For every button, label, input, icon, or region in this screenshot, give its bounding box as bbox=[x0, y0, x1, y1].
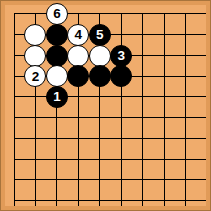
board-intersection bbox=[196, 24, 206, 45]
board-intersection bbox=[89, 87, 110, 108]
board-intersection bbox=[25, 190, 46, 206]
board-intersection bbox=[153, 128, 174, 149]
board-intersection bbox=[89, 128, 110, 149]
board-intersection bbox=[46, 190, 67, 206]
board-intersection bbox=[175, 190, 196, 206]
board-intersection bbox=[111, 107, 132, 128]
go-board bbox=[5, 5, 206, 206]
board-intersection bbox=[196, 45, 206, 66]
board-intersection bbox=[175, 5, 196, 24]
board-intersection bbox=[153, 190, 174, 206]
board-intersection bbox=[5, 107, 25, 128]
board-intersection bbox=[196, 107, 206, 128]
board-intersection bbox=[5, 87, 25, 108]
board-intersection bbox=[111, 170, 132, 191]
board-intersection bbox=[68, 170, 89, 191]
board-intersection bbox=[68, 128, 89, 149]
board-intersection bbox=[132, 149, 153, 170]
board-intersection bbox=[46, 87, 67, 108]
board-intersection bbox=[5, 66, 25, 87]
board-intersection bbox=[25, 45, 46, 66]
board-intersection bbox=[175, 107, 196, 128]
board-intersection bbox=[153, 87, 174, 108]
board-intersection bbox=[25, 87, 46, 108]
board-intersection bbox=[196, 170, 206, 191]
board-intersection bbox=[89, 45, 110, 66]
board-intersection bbox=[111, 87, 132, 108]
board-intersection bbox=[5, 190, 25, 206]
board-intersection bbox=[132, 170, 153, 191]
board-intersection bbox=[46, 170, 67, 191]
board-intersection bbox=[5, 170, 25, 191]
board-intersection bbox=[196, 190, 206, 206]
go-board-diagram: 645321 bbox=[0, 0, 211, 211]
board-intersection bbox=[46, 66, 67, 87]
board-intersection bbox=[68, 107, 89, 128]
board-intersection bbox=[25, 24, 46, 45]
board-intersection bbox=[111, 149, 132, 170]
board-intersection bbox=[196, 128, 206, 149]
board-intersection bbox=[132, 66, 153, 87]
board-intersection bbox=[153, 149, 174, 170]
board-intersection bbox=[196, 5, 206, 24]
board-intersection bbox=[46, 24, 67, 45]
board-intersection bbox=[153, 107, 174, 128]
board-intersection bbox=[153, 24, 174, 45]
board-intersection bbox=[5, 128, 25, 149]
board-intersection bbox=[46, 149, 67, 170]
board-intersection bbox=[89, 5, 110, 24]
board-intersection bbox=[153, 66, 174, 87]
board-intersection bbox=[196, 87, 206, 108]
board-intersection bbox=[46, 5, 67, 24]
board-intersection bbox=[89, 190, 110, 206]
board-intersection bbox=[196, 149, 206, 170]
board-intersection bbox=[25, 128, 46, 149]
board-intersection bbox=[68, 66, 89, 87]
board-intersection bbox=[132, 45, 153, 66]
board-intersection bbox=[68, 190, 89, 206]
board-intersection bbox=[153, 170, 174, 191]
board-intersection bbox=[175, 66, 196, 87]
board-intersection bbox=[46, 128, 67, 149]
board-intersection bbox=[68, 24, 89, 45]
board-intersection bbox=[25, 107, 46, 128]
board-intersection bbox=[5, 24, 25, 45]
board-intersection bbox=[25, 149, 46, 170]
board-intersection bbox=[111, 45, 132, 66]
board-intersection bbox=[132, 107, 153, 128]
board-intersection bbox=[5, 5, 25, 24]
board-intersection bbox=[196, 66, 206, 87]
board-intersection bbox=[111, 66, 132, 87]
board-intersection bbox=[111, 128, 132, 149]
board-intersection bbox=[132, 190, 153, 206]
board-intersection bbox=[175, 45, 196, 66]
board-intersection bbox=[153, 45, 174, 66]
board-intersection bbox=[175, 170, 196, 191]
board-intersection bbox=[175, 87, 196, 108]
board-intersection bbox=[5, 45, 25, 66]
board-intersection bbox=[68, 87, 89, 108]
board-intersection bbox=[153, 5, 174, 24]
board-intersection bbox=[175, 128, 196, 149]
board-intersection bbox=[132, 128, 153, 149]
board-intersection bbox=[68, 5, 89, 24]
board-intersection bbox=[89, 149, 110, 170]
board-intersection bbox=[25, 66, 46, 87]
board-intersection bbox=[111, 5, 132, 24]
board-intersection bbox=[111, 24, 132, 45]
board-intersection bbox=[5, 149, 25, 170]
board-intersection bbox=[89, 66, 110, 87]
board-intersection bbox=[89, 24, 110, 45]
board-intersection bbox=[132, 5, 153, 24]
board-intersection bbox=[25, 5, 46, 24]
board-intersection bbox=[68, 45, 89, 66]
board-intersection bbox=[25, 170, 46, 191]
board-intersection bbox=[111, 190, 132, 206]
board-grid bbox=[5, 5, 206, 206]
board-intersection bbox=[175, 24, 196, 45]
board-intersection bbox=[175, 149, 196, 170]
board-intersection bbox=[46, 107, 67, 128]
board-intersection bbox=[46, 45, 67, 66]
board-intersection bbox=[132, 24, 153, 45]
board-intersection bbox=[89, 107, 110, 128]
board-intersection bbox=[89, 170, 110, 191]
board-intersection bbox=[132, 87, 153, 108]
board-intersection bbox=[68, 149, 89, 170]
